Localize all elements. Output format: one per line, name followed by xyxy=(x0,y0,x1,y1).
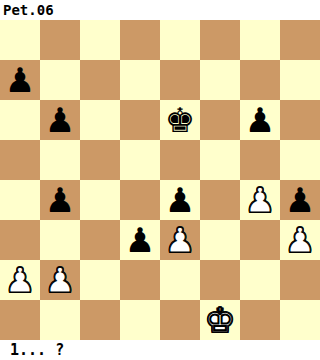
square-d3[interactable]: ♟ xyxy=(120,220,160,260)
square-d8[interactable] xyxy=(120,20,160,60)
white-king: ♚ xyxy=(205,300,235,340)
square-h6[interactable] xyxy=(280,100,320,140)
square-a1[interactable] xyxy=(0,300,40,340)
black-pawn: ♟ xyxy=(165,180,195,220)
square-a3[interactable] xyxy=(0,220,40,260)
square-h3[interactable]: ♟ xyxy=(280,220,320,260)
square-c4[interactable] xyxy=(80,180,120,220)
square-f3[interactable] xyxy=(200,220,240,260)
square-e6[interactable]: ♚ xyxy=(160,100,200,140)
black-pawn: ♟ xyxy=(45,180,75,220)
white-pawn: ♟ xyxy=(245,180,275,220)
square-f6[interactable] xyxy=(200,100,240,140)
square-d2[interactable] xyxy=(120,260,160,300)
square-c7[interactable] xyxy=(80,60,120,100)
square-h2[interactable] xyxy=(280,260,320,300)
square-f2[interactable] xyxy=(200,260,240,300)
square-g1[interactable] xyxy=(240,300,280,340)
black-pawn: ♟ xyxy=(5,60,35,100)
square-b5[interactable] xyxy=(40,140,80,180)
square-h4[interactable]: ♟ xyxy=(280,180,320,220)
square-b6[interactable]: ♟ xyxy=(40,100,80,140)
square-d7[interactable] xyxy=(120,60,160,100)
square-e7[interactable] xyxy=(160,60,200,100)
white-pawn: ♟ xyxy=(45,260,75,300)
square-a5[interactable] xyxy=(0,140,40,180)
square-a6[interactable] xyxy=(0,100,40,140)
square-h8[interactable] xyxy=(280,20,320,60)
square-g8[interactable] xyxy=(240,20,280,60)
square-g5[interactable] xyxy=(240,140,280,180)
square-d1[interactable] xyxy=(120,300,160,340)
white-pawn: ♟ xyxy=(5,260,35,300)
square-b8[interactable] xyxy=(40,20,80,60)
black-king: ♚ xyxy=(165,100,195,140)
square-h5[interactable] xyxy=(280,140,320,180)
diagram-title: Pet.06 xyxy=(0,0,320,20)
move-prompt: 1... ? xyxy=(0,340,320,360)
square-g6[interactable]: ♟ xyxy=(240,100,280,140)
square-e5[interactable] xyxy=(160,140,200,180)
square-e2[interactable] xyxy=(160,260,200,300)
square-f4[interactable] xyxy=(200,180,240,220)
black-pawn: ♟ xyxy=(285,180,315,220)
square-e8[interactable] xyxy=(160,20,200,60)
chess-board: ♟♟♚♟♟♟♟♟♟♟♟♟♟♚ xyxy=(0,20,320,340)
black-pawn: ♟ xyxy=(125,220,155,260)
square-e3[interactable]: ♟ xyxy=(160,220,200,260)
black-pawn: ♟ xyxy=(245,100,275,140)
square-a2[interactable]: ♟ xyxy=(0,260,40,300)
square-c6[interactable] xyxy=(80,100,120,140)
square-f7[interactable] xyxy=(200,60,240,100)
square-h1[interactable] xyxy=(280,300,320,340)
chess-diagram: Pet.06 ♟♟♚♟♟♟♟♟♟♟♟♟♟♚ 1... ? xyxy=(0,0,320,360)
square-b3[interactable] xyxy=(40,220,80,260)
square-c1[interactable] xyxy=(80,300,120,340)
square-d4[interactable] xyxy=(120,180,160,220)
square-f8[interactable] xyxy=(200,20,240,60)
square-c3[interactable] xyxy=(80,220,120,260)
square-b2[interactable]: ♟ xyxy=(40,260,80,300)
square-c2[interactable] xyxy=(80,260,120,300)
square-d6[interactable] xyxy=(120,100,160,140)
square-g7[interactable] xyxy=(240,60,280,100)
square-e1[interactable] xyxy=(160,300,200,340)
square-f1[interactable]: ♚ xyxy=(200,300,240,340)
square-d5[interactable] xyxy=(120,140,160,180)
black-pawn: ♟ xyxy=(45,100,75,140)
square-g4[interactable]: ♟ xyxy=(240,180,280,220)
square-h7[interactable] xyxy=(280,60,320,100)
square-c8[interactable] xyxy=(80,20,120,60)
white-pawn: ♟ xyxy=(285,220,315,260)
square-b1[interactable] xyxy=(40,300,80,340)
square-c5[interactable] xyxy=(80,140,120,180)
square-a7[interactable]: ♟ xyxy=(0,60,40,100)
square-a4[interactable] xyxy=(0,180,40,220)
square-f5[interactable] xyxy=(200,140,240,180)
white-pawn: ♟ xyxy=(165,220,195,260)
square-g2[interactable] xyxy=(240,260,280,300)
square-e4[interactable]: ♟ xyxy=(160,180,200,220)
square-a8[interactable] xyxy=(0,20,40,60)
square-b7[interactable] xyxy=(40,60,80,100)
square-b4[interactable]: ♟ xyxy=(40,180,80,220)
square-g3[interactable] xyxy=(240,220,280,260)
